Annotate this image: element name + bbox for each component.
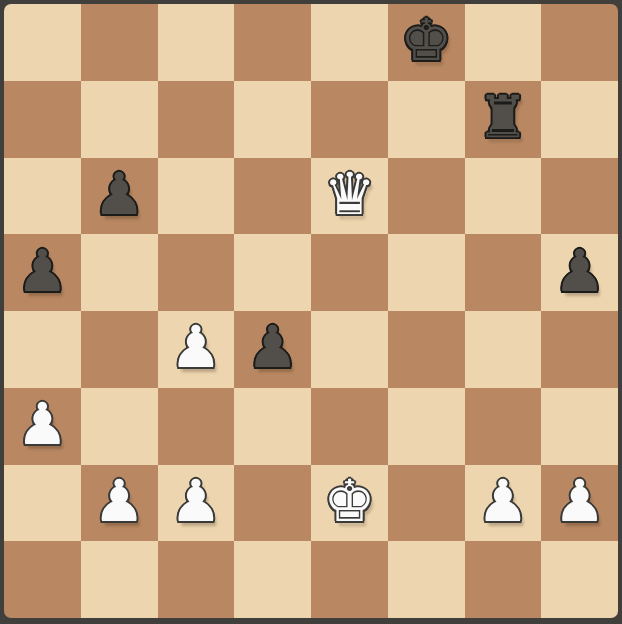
- square-b1[interactable]: [81, 541, 158, 618]
- square-a2[interactable]: [4, 465, 81, 542]
- square-d7[interactable]: [234, 81, 311, 158]
- square-h2[interactable]: ♟: [541, 465, 618, 542]
- square-h4[interactable]: [541, 311, 618, 388]
- square-d2[interactable]: [234, 465, 311, 542]
- square-g1[interactable]: [465, 541, 542, 618]
- square-f6[interactable]: [388, 158, 465, 235]
- white-pawn[interactable]: ♟: [477, 472, 529, 530]
- square-b5[interactable]: [81, 234, 158, 311]
- white-pawn[interactable]: ♟: [170, 472, 222, 530]
- square-h1[interactable]: [541, 541, 618, 618]
- black-pawn[interactable]: ♟: [93, 165, 145, 223]
- white-pawn[interactable]: ♟: [93, 472, 145, 530]
- square-h3[interactable]: [541, 388, 618, 465]
- chess-board-frame: ♚♜♟♛♟♟♟♟♟♟♟♚♟♟: [4, 4, 618, 618]
- square-h7[interactable]: [541, 81, 618, 158]
- square-h6[interactable]: [541, 158, 618, 235]
- square-b8[interactable]: [81, 4, 158, 81]
- square-e3[interactable]: [311, 388, 388, 465]
- white-pawn[interactable]: ♟: [170, 318, 222, 376]
- square-b7[interactable]: [81, 81, 158, 158]
- square-d3[interactable]: [234, 388, 311, 465]
- square-f4[interactable]: [388, 311, 465, 388]
- white-pawn[interactable]: ♟: [554, 472, 606, 530]
- square-g6[interactable]: [465, 158, 542, 235]
- square-b6[interactable]: ♟: [81, 158, 158, 235]
- black-pawn[interactable]: ♟: [16, 242, 68, 300]
- square-c1[interactable]: [158, 541, 235, 618]
- square-f2[interactable]: [388, 465, 465, 542]
- square-c6[interactable]: [158, 158, 235, 235]
- black-pawn[interactable]: ♟: [554, 242, 606, 300]
- square-h8[interactable]: [541, 4, 618, 81]
- square-f3[interactable]: [388, 388, 465, 465]
- square-g8[interactable]: [465, 4, 542, 81]
- square-e8[interactable]: [311, 4, 388, 81]
- square-c8[interactable]: [158, 4, 235, 81]
- square-c4[interactable]: ♟: [158, 311, 235, 388]
- square-g3[interactable]: [465, 388, 542, 465]
- square-e2[interactable]: ♚: [311, 465, 388, 542]
- square-e4[interactable]: [311, 311, 388, 388]
- square-c5[interactable]: [158, 234, 235, 311]
- black-king[interactable]: ♚: [400, 11, 452, 69]
- square-f1[interactable]: [388, 541, 465, 618]
- square-a7[interactable]: [4, 81, 81, 158]
- chess-board: ♚♜♟♛♟♟♟♟♟♟♟♚♟♟: [4, 4, 618, 618]
- square-e5[interactable]: [311, 234, 388, 311]
- square-a5[interactable]: ♟: [4, 234, 81, 311]
- square-g4[interactable]: [465, 311, 542, 388]
- square-a3[interactable]: ♟: [4, 388, 81, 465]
- white-king[interactable]: ♚: [323, 472, 375, 530]
- square-e7[interactable]: [311, 81, 388, 158]
- square-g7[interactable]: ♜: [465, 81, 542, 158]
- square-a4[interactable]: [4, 311, 81, 388]
- square-a8[interactable]: [4, 4, 81, 81]
- black-pawn[interactable]: ♟: [247, 318, 299, 376]
- white-pawn[interactable]: ♟: [16, 395, 68, 453]
- square-d1[interactable]: [234, 541, 311, 618]
- square-c7[interactable]: [158, 81, 235, 158]
- square-e6[interactable]: ♛: [311, 158, 388, 235]
- square-f5[interactable]: [388, 234, 465, 311]
- square-h5[interactable]: ♟: [541, 234, 618, 311]
- square-b4[interactable]: [81, 311, 158, 388]
- square-d4[interactable]: ♟: [234, 311, 311, 388]
- square-f7[interactable]: [388, 81, 465, 158]
- square-c3[interactable]: [158, 388, 235, 465]
- square-a6[interactable]: [4, 158, 81, 235]
- square-b3[interactable]: [81, 388, 158, 465]
- square-c2[interactable]: ♟: [158, 465, 235, 542]
- white-queen[interactable]: ♛: [323, 165, 375, 223]
- square-g2[interactable]: ♟: [465, 465, 542, 542]
- square-d6[interactable]: [234, 158, 311, 235]
- square-b2[interactable]: ♟: [81, 465, 158, 542]
- square-f8[interactable]: ♚: [388, 4, 465, 81]
- square-d8[interactable]: [234, 4, 311, 81]
- square-d5[interactable]: [234, 234, 311, 311]
- square-g5[interactable]: [465, 234, 542, 311]
- square-a1[interactable]: [4, 541, 81, 618]
- black-rook[interactable]: ♜: [477, 88, 529, 146]
- square-e1[interactable]: [311, 541, 388, 618]
